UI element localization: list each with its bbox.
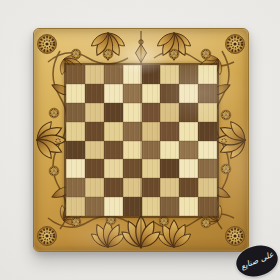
square-b8[interactable] xyxy=(85,65,104,84)
square-h2[interactable] xyxy=(198,178,217,197)
leaf-fan-ornament xyxy=(89,220,127,250)
rosette-ornament xyxy=(169,49,179,59)
square-h3[interactable] xyxy=(198,159,217,178)
square-c6[interactable] xyxy=(104,103,123,122)
square-e8[interactable] xyxy=(142,65,161,84)
photo-background: علی صنایع xyxy=(0,0,280,280)
square-a1[interactable] xyxy=(66,197,85,216)
square-e3[interactable] xyxy=(142,159,161,178)
square-e2[interactable] xyxy=(142,178,161,197)
rosette-ornament xyxy=(226,227,245,246)
square-d2[interactable] xyxy=(123,178,142,197)
square-f7[interactable] xyxy=(160,84,179,103)
square-d7[interactable] xyxy=(123,84,142,103)
square-d4[interactable] xyxy=(123,141,142,160)
square-f6[interactable] xyxy=(160,103,179,122)
rosette-ornament xyxy=(201,49,211,59)
rosette-ornament xyxy=(49,166,59,176)
square-c8[interactable] xyxy=(104,65,123,84)
rosette-ornament xyxy=(38,227,57,246)
square-f2[interactable] xyxy=(160,178,179,197)
rosette-ornament xyxy=(226,35,245,54)
square-g8[interactable] xyxy=(179,65,198,84)
square-d3[interactable] xyxy=(123,159,142,178)
square-e5[interactable] xyxy=(142,122,161,141)
square-d1[interactable] xyxy=(123,197,142,216)
square-d8[interactable] xyxy=(123,65,142,84)
square-h5[interactable] xyxy=(198,122,217,141)
square-a6[interactable] xyxy=(66,103,85,122)
rosette-ornament xyxy=(71,217,81,227)
square-a8[interactable] xyxy=(66,65,85,84)
square-g4[interactable] xyxy=(179,141,198,160)
square-h1[interactable] xyxy=(198,197,217,216)
square-f4[interactable] xyxy=(160,141,179,160)
watermark-text: علی صنایع xyxy=(239,251,274,271)
lotus-ornament xyxy=(215,119,248,160)
square-c1[interactable] xyxy=(104,197,123,216)
square-c5[interactable] xyxy=(104,122,123,141)
square-e6[interactable] xyxy=(142,103,161,122)
chess-board xyxy=(33,28,249,252)
square-b2[interactable] xyxy=(85,178,104,197)
square-g1[interactable] xyxy=(179,197,198,216)
rosette-ornament xyxy=(221,110,231,120)
square-b3[interactable] xyxy=(85,159,104,178)
square-d5[interactable] xyxy=(123,122,142,141)
rosette-ornament xyxy=(38,35,57,54)
square-e7[interactable] xyxy=(142,84,161,103)
square-b5[interactable] xyxy=(85,122,104,141)
square-g3[interactable] xyxy=(179,159,198,178)
square-f8[interactable] xyxy=(160,65,179,84)
rosette-ornament xyxy=(103,49,113,59)
square-b6[interactable] xyxy=(85,103,104,122)
square-c2[interactable] xyxy=(104,178,123,197)
square-g7[interactable] xyxy=(179,84,198,103)
square-b7[interactable] xyxy=(85,84,104,103)
square-e4[interactable] xyxy=(142,141,161,160)
square-g5[interactable] xyxy=(179,122,198,141)
square-c7[interactable] xyxy=(104,84,123,103)
square-c4[interactable] xyxy=(104,141,123,160)
square-f3[interactable] xyxy=(160,159,179,178)
square-a7[interactable] xyxy=(66,84,85,103)
square-f1[interactable] xyxy=(160,197,179,216)
lotus-ornament xyxy=(34,119,67,160)
square-h4[interactable] xyxy=(198,141,217,160)
rosette-ornament xyxy=(221,164,231,174)
square-e1[interactable] xyxy=(142,197,161,216)
square-g2[interactable] xyxy=(179,178,198,197)
square-a5[interactable] xyxy=(66,122,85,141)
square-h8[interactable] xyxy=(198,65,217,84)
square-b4[interactable] xyxy=(85,141,104,160)
rosette-ornament xyxy=(49,108,59,118)
square-g6[interactable] xyxy=(179,103,198,122)
square-b1[interactable] xyxy=(85,197,104,216)
rosette-ornament xyxy=(71,49,81,59)
square-c3[interactable] xyxy=(104,159,123,178)
square-h7[interactable] xyxy=(198,84,217,103)
square-a3[interactable] xyxy=(66,159,85,178)
square-f5[interactable] xyxy=(160,122,179,141)
rosette-ornament xyxy=(201,218,211,228)
square-d6[interactable] xyxy=(123,103,142,122)
square-a2[interactable] xyxy=(66,178,85,197)
board-hinge-seam xyxy=(140,31,142,249)
square-h6[interactable] xyxy=(198,103,217,122)
square-a4[interactable] xyxy=(66,141,85,160)
